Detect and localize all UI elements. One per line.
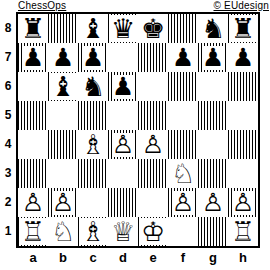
square-h3[interactable] [228, 159, 258, 188]
square-d1[interactable]: ♕ [108, 217, 138, 246]
square-g7[interactable]: ♟ [198, 43, 228, 72]
piece-black-pawn: ♟ [113, 75, 133, 99]
piece-white-queen: ♕ [110, 218, 136, 245]
square-d8[interactable]: ♛ [108, 14, 138, 43]
file-label-f: f [168, 248, 198, 268]
square-b5[interactable] [48, 101, 78, 130]
eudesign-copyright-link[interactable]: © EUdesign [213, 0, 269, 11]
piece-white-knight: ♘ [170, 160, 196, 187]
square-f5[interactable] [168, 101, 198, 130]
square-h2[interactable]: ♙ [228, 188, 258, 217]
square-c3[interactable] [78, 159, 108, 188]
square-b6[interactable]: ♝ [48, 72, 78, 101]
square-g8[interactable]: ♞ [198, 14, 228, 43]
square-h8[interactable]: ♜ [228, 14, 258, 43]
square-e2[interactable] [138, 188, 168, 217]
piece-white-pawn: ♙ [23, 191, 43, 215]
chessops-diagram-page: ChessOps © EUdesign 87654321 ♜♝♛♚♞♜♟♟♟♟♟… [0, 0, 270, 270]
rank-label-5: 5 [0, 101, 16, 130]
square-h7[interactable]: ♟ [228, 43, 258, 72]
piece-white-rook: ♖ [230, 218, 256, 245]
square-h4[interactable] [228, 130, 258, 159]
piece-black-queen: ♛ [110, 15, 136, 42]
chessops-title-link[interactable]: ChessOps [18, 0, 66, 11]
square-d2[interactable] [108, 188, 138, 217]
square-a8[interactable]: ♜ [18, 14, 48, 43]
rank-label-8: 8 [0, 14, 16, 43]
square-c8[interactable]: ♝ [78, 14, 108, 43]
square-h1[interactable]: ♖ [228, 217, 258, 246]
rank-label-7: 7 [0, 43, 16, 72]
square-d6[interactable]: ♟ [108, 72, 138, 101]
square-d3[interactable] [108, 159, 138, 188]
square-f3[interactable]: ♘ [168, 159, 198, 188]
file-label-d: d [108, 248, 138, 268]
piece-white-bishop: ♗ [80, 131, 106, 158]
piece-black-rook: ♜ [20, 15, 46, 42]
square-a7[interactable]: ♟ [18, 43, 48, 72]
header: ChessOps © EUdesign [0, 0, 270, 12]
chess-board: ♜♝♛♚♞♜♟♟♟♟♟♟♝♞♟♗♙♙♘♙♙♙♙♙♖♘♗♕♔♖ [16, 12, 260, 248]
square-e5[interactable] [138, 101, 168, 130]
piece-black-rook: ♜ [230, 15, 256, 42]
piece-black-pawn: ♟ [203, 46, 223, 70]
piece-white-rook: ♖ [20, 218, 46, 245]
square-g2[interactable]: ♙ [198, 188, 228, 217]
square-h5[interactable] [228, 101, 258, 130]
square-f8[interactable] [168, 14, 198, 43]
square-a3[interactable] [18, 159, 48, 188]
piece-black-knight: ♞ [80, 73, 106, 100]
square-b7[interactable]: ♟ [48, 43, 78, 72]
piece-black-pawn: ♟ [233, 46, 253, 70]
square-e7[interactable] [138, 43, 168, 72]
square-b1[interactable]: ♘ [48, 217, 78, 246]
file-label-h: h [228, 248, 258, 268]
piece-black-bishop: ♝ [80, 15, 106, 42]
square-f6[interactable] [168, 72, 198, 101]
square-a2[interactable]: ♙ [18, 188, 48, 217]
square-e4[interactable]: ♙ [138, 130, 168, 159]
rank-label-4: 4 [0, 130, 16, 159]
square-c6[interactable]: ♞ [78, 72, 108, 101]
piece-white-pawn: ♙ [173, 191, 193, 215]
square-d7[interactable] [108, 43, 138, 72]
file-labels: abcdefgh [18, 248, 258, 268]
square-e1[interactable]: ♔ [138, 217, 168, 246]
piece-white-knight: ♘ [50, 218, 76, 245]
piece-black-knight: ♞ [200, 15, 226, 42]
piece-white-pawn: ♙ [203, 191, 223, 215]
square-g1[interactable] [198, 217, 228, 246]
square-c5[interactable] [78, 101, 108, 130]
square-c7[interactable]: ♟ [78, 43, 108, 72]
square-b3[interactable] [48, 159, 78, 188]
piece-black-king: ♚ [140, 15, 166, 42]
square-h6[interactable] [228, 72, 258, 101]
square-d4[interactable]: ♙ [108, 130, 138, 159]
square-a6[interactable] [18, 72, 48, 101]
square-a1[interactable]: ♖ [18, 217, 48, 246]
piece-black-pawn: ♟ [173, 46, 193, 70]
rank-label-3: 3 [0, 159, 16, 188]
square-c4[interactable]: ♗ [78, 130, 108, 159]
rank-labels: 87654321 [0, 14, 16, 246]
rank-label-6: 6 [0, 72, 16, 101]
square-d5[interactable] [108, 101, 138, 130]
square-f4[interactable] [168, 130, 198, 159]
piece-white-pawn: ♙ [233, 191, 253, 215]
square-g6[interactable] [198, 72, 228, 101]
square-e8[interactable]: ♚ [138, 14, 168, 43]
square-f7[interactable]: ♟ [168, 43, 198, 72]
piece-white-king: ♔ [140, 218, 166, 245]
piece-black-bishop: ♝ [50, 73, 76, 100]
square-c1[interactable]: ♗ [78, 217, 108, 246]
square-b2[interactable]: ♙ [48, 188, 78, 217]
piece-white-pawn: ♙ [143, 133, 163, 157]
rank-label-1: 1 [0, 217, 16, 246]
square-b4[interactable] [48, 130, 78, 159]
piece-white-pawn: ♙ [53, 191, 73, 215]
file-label-b: b [48, 248, 78, 268]
square-f2[interactable]: ♙ [168, 188, 198, 217]
square-e3[interactable] [138, 159, 168, 188]
square-f1[interactable] [168, 217, 198, 246]
square-c2[interactable] [78, 188, 108, 217]
piece-black-pawn: ♟ [83, 46, 103, 70]
file-label-e: e [138, 248, 168, 268]
square-a5[interactable] [18, 101, 48, 130]
piece-black-pawn: ♟ [23, 46, 43, 70]
square-e6[interactable] [138, 72, 168, 101]
square-g4[interactable] [198, 130, 228, 159]
square-g5[interactable] [198, 101, 228, 130]
square-g3[interactable] [198, 159, 228, 188]
file-label-c: c [78, 248, 108, 268]
piece-white-pawn: ♙ [113, 133, 133, 157]
file-label-g: g [198, 248, 228, 268]
file-label-a: a [18, 248, 48, 268]
piece-white-bishop: ♗ [80, 218, 106, 245]
square-b8[interactable] [48, 14, 78, 43]
square-a4[interactable] [18, 130, 48, 159]
piece-black-pawn: ♟ [53, 46, 73, 70]
rank-label-2: 2 [0, 188, 16, 217]
